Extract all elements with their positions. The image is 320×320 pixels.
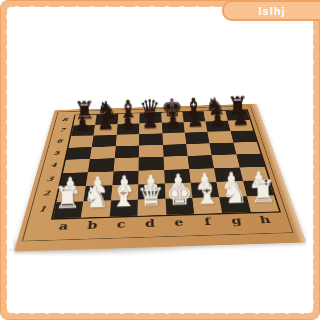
rank-label-5: 5 [47,147,66,160]
square-g1: ♞ [219,196,250,213]
square-f6 [185,132,210,144]
square-c4 [113,157,138,171]
white-bishop: ♝ [193,178,221,209]
black-pawn: ♟ [209,109,227,129]
square-a7: ♟ [71,125,95,136]
square-g4 [212,154,240,168]
square-b7: ♟ [94,124,118,135]
square-d1: ♛ [138,199,166,216]
white-knight: ♞ [81,182,109,213]
square-g6 [208,131,234,143]
square-a4 [63,159,90,173]
square-h1: ♜ [247,195,279,212]
square-e6 [162,133,186,145]
black-pawn: ♟ [119,112,137,132]
rank-label-8: 8 [56,115,73,125]
square-b5 [90,146,115,159]
white-rook: ♜ [249,177,277,208]
square-f4 [187,155,214,169]
square-d6 [139,133,163,145]
square-g7: ♟ [206,121,231,132]
square-c6 [116,134,140,146]
square-c7: ♟ [117,123,140,134]
square-e1: ♚ [165,198,194,215]
square-h6 [230,130,256,142]
square-b4 [88,158,114,172]
black-pawn: ♟ [186,110,204,130]
square-c5 [115,145,140,158]
square-a1: ♜ [53,201,84,218]
rank-label-7: 7 [53,125,70,136]
white-knight: ♞ [221,177,249,208]
square-h4 [236,154,264,168]
square-b1: ♞ [81,200,111,217]
white-king: ♚ [165,179,193,210]
rank-label-6: 6 [50,135,68,147]
square-h5 [233,142,260,155]
square-a6 [69,135,94,147]
black-pawn: ♟ [96,113,114,133]
white-rook: ♜ [53,183,81,214]
white-bishop: ♝ [109,181,137,212]
square-h7: ♟ [228,120,253,131]
square-f5 [186,143,212,156]
square-g5 [210,142,237,155]
square-b6 [92,135,116,147]
mat-tilt-wrapper: 87654321 ♜♞♝♛♚♝♞♜♟♟♟♟♟♟♟♟♟♟♟♟♟♟♟♟♜♞♝♛♚♝♞… [6,0,306,252]
square-e7: ♟ [162,122,185,133]
black-pawn: ♟ [141,111,159,131]
square-d5 [139,145,163,158]
square-d7: ♟ [139,123,162,134]
product-photo: 87654321 ♜♞♝♛♚♝♞♜♟♟♟♟♟♟♟♟♟♟♟♟♟♟♟♟♜♞♝♛♚♝♞… [7,7,313,313]
black-pawn: ♟ [232,108,250,128]
square-d4 [139,157,164,171]
white-queen: ♛ [137,180,165,211]
square-f7: ♟ [184,121,208,132]
watermark-label: lslhj [258,5,285,17]
square-c1: ♝ [110,199,139,216]
black-pawn: ♟ [74,113,92,133]
square-f1: ♝ [192,197,222,214]
watermark-badge: lslhj [222,0,320,21]
square-a5 [66,147,92,160]
square-e5 [163,144,188,157]
square-e4 [163,156,189,170]
board-grid: ♜♞♝♛♚♝♞♜♟♟♟♟♟♟♟♟♟♟♟♟♟♟♟♟♜♞♝♛♚♝♞♜ [51,109,281,219]
black-pawn: ♟ [164,111,182,131]
rank-label-1: 1 [31,201,53,218]
chess-mat: 87654321 ♜♞♝♛♚♝♞♜♟♟♟♟♟♟♟♟♟♟♟♟♟♟♟♟♜♞♝♛♚♝♞… [14,104,306,252]
